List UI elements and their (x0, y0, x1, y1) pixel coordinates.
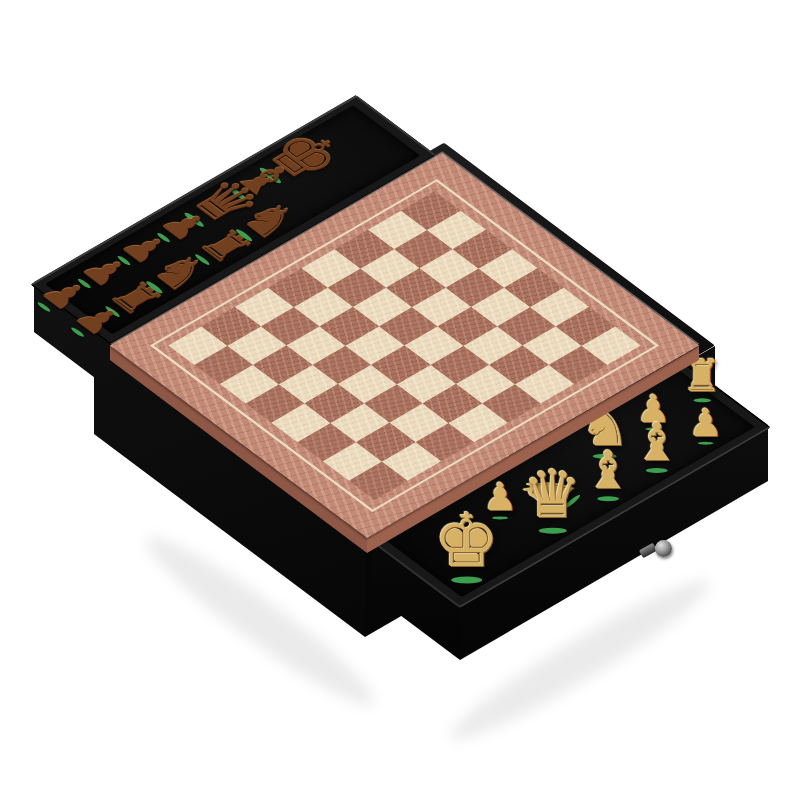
product-photo-chess-box: ♚♝♛♟♟♟♟♞♜♞♜♟ ♜♟♞♞♟♟♝♝♛♚ (0, 0, 800, 800)
drawer-knob-cap (655, 540, 672, 557)
drawer-knob (638, 536, 672, 562)
